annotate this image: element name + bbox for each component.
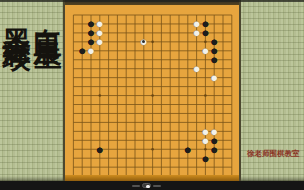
white-stone: ● — [139, 37, 148, 46]
black-stone: ● — [210, 55, 219, 64]
white-stone: ● — [95, 37, 104, 46]
white-stone: ● — [87, 46, 96, 55]
white-stone: ● — [192, 28, 201, 37]
left-board-divider — [63, 0, 65, 181]
black-stone: ● — [78, 46, 87, 55]
white-stone: ● — [201, 46, 210, 55]
play-toggle[interactable] — [142, 183, 151, 188]
white-stone: ● — [210, 73, 219, 82]
go-board[interactable]: ●●●●●●●●●●●●●●●●●●●●●●●●●●● — [65, 0, 240, 181]
black-stone: ● — [95, 145, 104, 154]
toggle-knob-icon — [146, 185, 149, 188]
last-move-marker — [142, 40, 145, 43]
right-board-divider — [239, 0, 241, 181]
black-stone: ● — [183, 145, 192, 154]
black-stone: ● — [201, 28, 210, 37]
time-elapsed-mark — [132, 185, 140, 188]
video-control-bar[interactable] — [0, 181, 304, 190]
black-stone: ● — [201, 154, 210, 163]
top-shadow-line — [0, 0, 304, 2]
white-stone: ● — [201, 136, 210, 145]
white-stone: ● — [192, 64, 201, 73]
left-tatami-panel: 黑金彩瑛 白王晨星 — [0, 0, 64, 181]
black-player-name-column: 黑金彩瑛 — [1, 6, 32, 26]
stone-grid: ●●●●●●●●●●●●●●●●●●●●●●●●●●● — [69, 11, 236, 181]
video-frame: 黑金彩瑛 白王晨星 ●●●●●●●●●●●●●●●●●●●●●●●●●●● 徐老… — [0, 0, 304, 190]
classroom-watermark: 徐老师围棋教室 — [247, 149, 303, 159]
white-player-name-column: 白王晨星 — [32, 6, 63, 26]
time-total-mark — [153, 185, 161, 188]
right-tatami-panel: 徐老师围棋教室 — [241, 0, 304, 181]
black-stone: ● — [210, 145, 219, 154]
